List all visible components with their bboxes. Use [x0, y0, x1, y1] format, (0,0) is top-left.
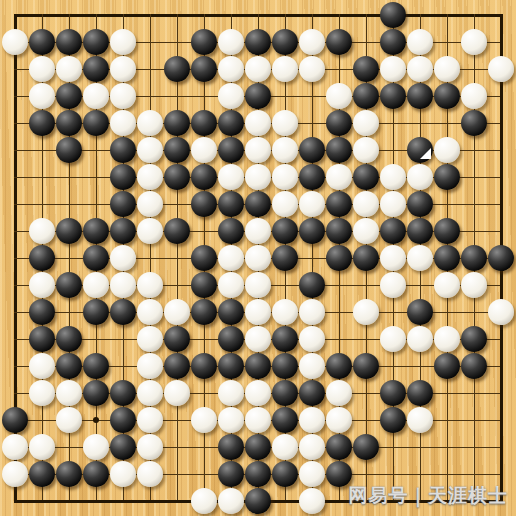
black-stone[interactable] — [326, 110, 352, 136]
black-stone[interactable] — [164, 326, 190, 352]
white-stone[interactable] — [110, 29, 136, 55]
black-stone[interactable] — [218, 218, 244, 244]
white-stone[interactable] — [299, 326, 325, 352]
white-stone[interactable] — [29, 434, 55, 460]
white-stone[interactable] — [137, 353, 163, 379]
black-stone[interactable] — [110, 164, 136, 190]
black-stone[interactable] — [434, 245, 460, 271]
black-stone[interactable] — [272, 461, 298, 487]
black-stone[interactable] — [245, 29, 271, 55]
white-stone[interactable] — [407, 245, 433, 271]
black-stone[interactable] — [461, 326, 487, 352]
white-stone[interactable] — [218, 164, 244, 190]
black-stone[interactable] — [218, 110, 244, 136]
white-stone[interactable] — [110, 461, 136, 487]
white-stone[interactable] — [407, 326, 433, 352]
white-stone[interactable] — [137, 191, 163, 217]
white-stone[interactable] — [245, 245, 271, 271]
white-stone[interactable] — [299, 191, 325, 217]
white-stone[interactable] — [83, 272, 109, 298]
black-stone[interactable] — [83, 461, 109, 487]
last-move-triangle-marker — [420, 148, 431, 159]
black-stone[interactable] — [380, 83, 406, 109]
white-stone[interactable] — [137, 461, 163, 487]
black-stone[interactable] — [29, 461, 55, 487]
black-stone[interactable] — [218, 434, 244, 460]
white-stone[interactable] — [461, 272, 487, 298]
white-stone[interactable] — [245, 272, 271, 298]
black-stone[interactable] — [299, 272, 325, 298]
black-stone[interactable] — [326, 29, 352, 55]
black-stone[interactable] — [326, 137, 352, 163]
black-stone[interactable] — [164, 353, 190, 379]
black-stone[interactable] — [83, 380, 109, 406]
black-stone[interactable] — [218, 137, 244, 163]
white-stone[interactable] — [245, 299, 271, 325]
white-stone[interactable] — [110, 272, 136, 298]
black-stone[interactable] — [29, 110, 55, 136]
black-stone[interactable] — [245, 434, 271, 460]
black-stone[interactable] — [29, 29, 55, 55]
black-stone[interactable] — [56, 326, 82, 352]
black-stone[interactable] — [83, 299, 109, 325]
white-stone[interactable] — [245, 164, 271, 190]
white-stone[interactable] — [137, 326, 163, 352]
white-stone[interactable] — [29, 353, 55, 379]
white-stone[interactable] — [380, 326, 406, 352]
black-stone[interactable] — [299, 218, 325, 244]
black-stone[interactable] — [218, 461, 244, 487]
white-stone[interactable] — [380, 245, 406, 271]
white-stone[interactable] — [299, 29, 325, 55]
white-stone[interactable] — [218, 407, 244, 433]
black-stone[interactable] — [245, 461, 271, 487]
black-stone[interactable] — [191, 245, 217, 271]
white-stone[interactable] — [488, 56, 514, 82]
white-stone[interactable] — [29, 56, 55, 82]
white-stone[interactable] — [245, 218, 271, 244]
white-stone[interactable] — [245, 407, 271, 433]
black-stone[interactable] — [191, 299, 217, 325]
white-stone[interactable] — [137, 164, 163, 190]
white-stone[interactable] — [137, 110, 163, 136]
hoshi-point — [93, 417, 99, 423]
white-stone[interactable] — [326, 380, 352, 406]
white-stone[interactable] — [434, 272, 460, 298]
black-stone[interactable] — [56, 110, 82, 136]
black-stone[interactable] — [299, 164, 325, 190]
black-stone[interactable] — [407, 218, 433, 244]
white-stone[interactable] — [218, 83, 244, 109]
white-stone[interactable] — [29, 272, 55, 298]
black-stone[interactable] — [56, 137, 82, 163]
white-stone[interactable] — [380, 191, 406, 217]
black-stone[interactable] — [110, 434, 136, 460]
black-stone[interactable] — [191, 353, 217, 379]
white-stone[interactable] — [461, 83, 487, 109]
black-stone[interactable] — [272, 218, 298, 244]
white-stone[interactable] — [245, 110, 271, 136]
white-stone[interactable] — [164, 380, 190, 406]
black-stone[interactable] — [110, 191, 136, 217]
black-stone[interactable] — [434, 164, 460, 190]
black-stone[interactable] — [380, 407, 406, 433]
white-stone[interactable] — [110, 83, 136, 109]
white-stone[interactable] — [110, 56, 136, 82]
white-stone[interactable] — [191, 488, 217, 514]
black-stone[interactable] — [218, 191, 244, 217]
black-stone[interactable] — [218, 299, 244, 325]
black-stone[interactable] — [56, 29, 82, 55]
black-stone[interactable] — [353, 83, 379, 109]
white-stone[interactable] — [299, 461, 325, 487]
white-stone[interactable] — [191, 407, 217, 433]
white-stone[interactable] — [353, 137, 379, 163]
black-stone[interactable] — [56, 353, 82, 379]
watermark: 网易号｜天涯棋士 — [348, 483, 508, 509]
black-stone[interactable] — [407, 191, 433, 217]
black-stone[interactable] — [380, 29, 406, 55]
white-stone[interactable] — [461, 29, 487, 55]
white-stone[interactable] — [272, 110, 298, 136]
white-stone[interactable] — [2, 29, 28, 55]
white-stone[interactable] — [326, 83, 352, 109]
white-stone[interactable] — [326, 164, 352, 190]
white-stone[interactable] — [29, 218, 55, 244]
white-stone[interactable] — [272, 434, 298, 460]
white-stone[interactable] — [56, 380, 82, 406]
white-stone[interactable] — [110, 245, 136, 271]
white-stone[interactable] — [353, 110, 379, 136]
black-stone[interactable] — [407, 83, 433, 109]
white-stone[interactable] — [299, 353, 325, 379]
black-stone[interactable] — [461, 353, 487, 379]
white-stone[interactable] — [299, 299, 325, 325]
white-stone[interactable] — [272, 299, 298, 325]
white-stone[interactable] — [407, 407, 433, 433]
black-stone[interactable] — [245, 488, 271, 514]
black-stone[interactable] — [272, 407, 298, 433]
black-stone[interactable] — [272, 380, 298, 406]
white-stone[interactable] — [299, 488, 325, 514]
white-stone[interactable] — [137, 272, 163, 298]
white-stone[interactable] — [218, 245, 244, 271]
black-stone[interactable] — [110, 137, 136, 163]
black-stone[interactable] — [326, 218, 352, 244]
white-stone[interactable] — [218, 56, 244, 82]
black-stone[interactable] — [110, 380, 136, 406]
white-stone[interactable] — [380, 56, 406, 82]
white-stone[interactable] — [137, 218, 163, 244]
black-stone[interactable] — [353, 245, 379, 271]
white-stone[interactable] — [137, 299, 163, 325]
white-stone[interactable] — [137, 137, 163, 163]
white-stone[interactable] — [407, 29, 433, 55]
black-stone[interactable] — [326, 245, 352, 271]
white-stone[interactable] — [164, 299, 190, 325]
black-stone[interactable] — [110, 407, 136, 433]
white-stone[interactable] — [407, 164, 433, 190]
black-stone-last-move[interactable] — [407, 137, 433, 163]
white-stone[interactable] — [245, 56, 271, 82]
black-stone[interactable] — [353, 434, 379, 460]
white-stone[interactable] — [29, 380, 55, 406]
black-stone[interactable] — [56, 83, 82, 109]
white-stone[interactable] — [218, 488, 244, 514]
black-stone[interactable] — [191, 110, 217, 136]
black-stone[interactable] — [83, 245, 109, 271]
black-stone[interactable] — [164, 218, 190, 244]
white-stone[interactable] — [272, 137, 298, 163]
black-stone[interactable] — [245, 353, 271, 379]
white-stone[interactable] — [245, 326, 271, 352]
black-stone[interactable] — [380, 218, 406, 244]
black-stone[interactable] — [434, 83, 460, 109]
black-stone[interactable] — [461, 110, 487, 136]
white-stone[interactable] — [299, 434, 325, 460]
black-stone[interactable] — [191, 191, 217, 217]
black-stone[interactable] — [83, 29, 109, 55]
black-stone[interactable] — [272, 245, 298, 271]
white-stone[interactable] — [272, 56, 298, 82]
white-stone[interactable] — [272, 164, 298, 190]
black-stone[interactable] — [29, 245, 55, 271]
white-stone[interactable] — [488, 299, 514, 325]
white-stone[interactable] — [407, 56, 433, 82]
black-stone[interactable] — [272, 326, 298, 352]
black-stone[interactable] — [353, 164, 379, 190]
black-stone[interactable] — [83, 110, 109, 136]
white-stone[interactable] — [137, 407, 163, 433]
white-stone[interactable] — [137, 380, 163, 406]
white-stone[interactable] — [218, 29, 244, 55]
black-stone[interactable] — [488, 245, 514, 271]
white-stone[interactable] — [245, 380, 271, 406]
go-board[interactable] — [0, 0, 516, 516]
black-stone[interactable] — [164, 110, 190, 136]
white-stone[interactable] — [83, 83, 109, 109]
white-stone[interactable] — [56, 407, 82, 433]
white-stone[interactable] — [434, 326, 460, 352]
white-stone[interactable] — [380, 164, 406, 190]
black-stone[interactable] — [380, 380, 406, 406]
black-stone[interactable] — [407, 299, 433, 325]
black-stone[interactable] — [191, 272, 217, 298]
white-stone[interactable] — [353, 191, 379, 217]
white-stone[interactable] — [29, 83, 55, 109]
white-stone[interactable] — [83, 434, 109, 460]
white-stone[interactable] — [110, 110, 136, 136]
white-stone[interactable] — [191, 137, 217, 163]
black-stone[interactable] — [461, 245, 487, 271]
white-stone[interactable] — [137, 434, 163, 460]
white-stone[interactable] — [245, 137, 271, 163]
black-stone[interactable] — [326, 191, 352, 217]
black-stone[interactable] — [110, 299, 136, 325]
black-stone[interactable] — [326, 353, 352, 379]
black-stone[interactable] — [326, 434, 352, 460]
black-stone[interactable] — [83, 353, 109, 379]
black-stone[interactable] — [353, 56, 379, 82]
white-stone[interactable] — [2, 461, 28, 487]
black-stone[interactable] — [191, 56, 217, 82]
black-stone[interactable] — [299, 137, 325, 163]
black-stone[interactable] — [434, 218, 460, 244]
white-stone[interactable] — [272, 191, 298, 217]
white-stone[interactable] — [2, 434, 28, 460]
black-stone[interactable] — [56, 218, 82, 244]
black-stone[interactable] — [2, 407, 28, 433]
white-stone[interactable] — [380, 272, 406, 298]
go-board-screenshot: 网易号｜天涯棋士 — [0, 0, 516, 516]
white-stone[interactable] — [299, 407, 325, 433]
black-stone[interactable] — [83, 218, 109, 244]
black-stone[interactable] — [218, 353, 244, 379]
white-stone[interactable] — [218, 380, 244, 406]
black-stone[interactable] — [353, 353, 379, 379]
black-stone[interactable] — [299, 380, 325, 406]
black-stone[interactable] — [218, 326, 244, 352]
black-stone[interactable] — [191, 29, 217, 55]
black-stone[interactable] — [191, 164, 217, 190]
black-stone[interactable] — [56, 272, 82, 298]
black-stone[interactable] — [272, 29, 298, 55]
white-stone[interactable] — [434, 137, 460, 163]
black-stone[interactable] — [164, 137, 190, 163]
black-stone[interactable] — [29, 326, 55, 352]
black-stone[interactable] — [245, 191, 271, 217]
white-stone[interactable] — [326, 407, 352, 433]
black-stone[interactable] — [164, 164, 190, 190]
white-stone[interactable] — [353, 218, 379, 244]
black-stone[interactable] — [110, 218, 136, 244]
black-stone[interactable] — [272, 353, 298, 379]
white-stone[interactable] — [218, 272, 244, 298]
black-stone[interactable] — [29, 299, 55, 325]
black-stone[interactable] — [164, 56, 190, 82]
white-stone[interactable] — [434, 56, 460, 82]
white-stone[interactable] — [353, 299, 379, 325]
white-stone[interactable] — [56, 56, 82, 82]
black-stone[interactable] — [434, 353, 460, 379]
black-stone[interactable] — [245, 83, 271, 109]
white-stone[interactable] — [299, 56, 325, 82]
black-stone[interactable] — [407, 380, 433, 406]
black-stone[interactable] — [83, 56, 109, 82]
black-stone[interactable] — [380, 2, 406, 28]
black-stone[interactable] — [56, 461, 82, 487]
